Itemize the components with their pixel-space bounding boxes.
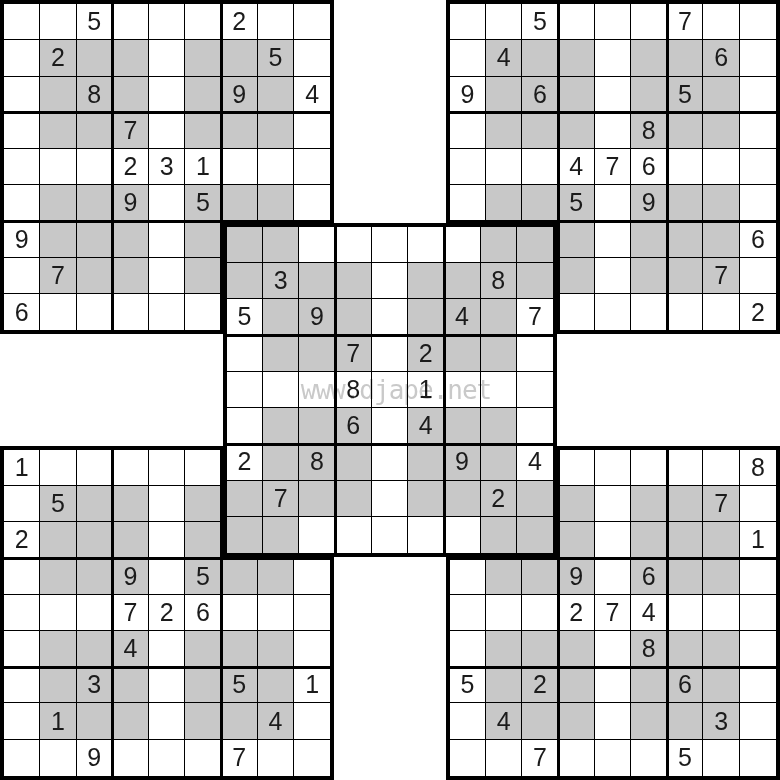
cell-center-r2c5[interactable] bbox=[408, 299, 444, 335]
cell-center-r7c0[interactable] bbox=[227, 481, 263, 517]
cell-bottom_right-r7c3[interactable] bbox=[558, 703, 594, 739]
cell-center-r7c5[interactable] bbox=[408, 481, 444, 517]
cell-center-r3c4[interactable] bbox=[372, 336, 408, 372]
cell-top_left-r2c7[interactable] bbox=[258, 77, 294, 113]
cell-center-r7c7[interactable]: 2 bbox=[481, 481, 517, 517]
cell-bottom_right-r0c5[interactable] bbox=[631, 450, 667, 486]
cell-bottom_left-r4c0[interactable] bbox=[4, 595, 40, 631]
cell-center-r3c0[interactable] bbox=[227, 336, 263, 372]
cell-bottom_left-r8c1[interactable] bbox=[40, 740, 76, 776]
cell-bottom_left-r7c3[interactable] bbox=[113, 703, 149, 739]
cell-center-r6c1[interactable] bbox=[263, 444, 299, 480]
cell-top_left-r4c8[interactable] bbox=[294, 149, 330, 185]
cell-top_left-r3c0[interactable] bbox=[4, 113, 40, 149]
cell-center-r1c4[interactable] bbox=[372, 263, 408, 299]
cell-top_right-r7c4[interactable] bbox=[595, 258, 631, 294]
cell-top_right-r6c7[interactable] bbox=[703, 222, 739, 258]
cell-top_left-r5c5[interactable]: 5 bbox=[185, 185, 221, 221]
cell-bottom_right-r1c5[interactable] bbox=[631, 486, 667, 522]
cell-center-r4c6[interactable] bbox=[444, 372, 480, 408]
cell-bottom_right-r4c5[interactable]: 4 bbox=[631, 595, 667, 631]
cell-bottom_right-r8c8[interactable] bbox=[740, 740, 776, 776]
cell-top_left-r7c2[interactable] bbox=[77, 258, 113, 294]
cell-bottom_right-r5c2[interactable] bbox=[522, 631, 558, 667]
cell-bottom_right-r2c6[interactable] bbox=[667, 522, 703, 558]
cell-top_right-r2c0[interactable]: 9 bbox=[450, 77, 486, 113]
cell-top_right-r0c8[interactable] bbox=[740, 4, 776, 40]
cell-top_left-r4c3[interactable]: 2 bbox=[113, 149, 149, 185]
cell-center-r4c5[interactable]: 1 bbox=[408, 372, 444, 408]
cell-bottom_left-r7c4[interactable] bbox=[149, 703, 185, 739]
cell-top_right-r5c7[interactable] bbox=[703, 185, 739, 221]
cell-top_right-r2c8[interactable] bbox=[740, 77, 776, 113]
cell-bottom_right-r4c4[interactable]: 7 bbox=[595, 595, 631, 631]
cell-bottom_left-r2c4[interactable] bbox=[149, 522, 185, 558]
cell-top_right-r2c1[interactable] bbox=[486, 77, 522, 113]
cell-top_right-r3c7[interactable] bbox=[703, 113, 739, 149]
cell-center-r4c3[interactable]: 8 bbox=[336, 372, 372, 408]
cell-bottom_right-r8c0[interactable] bbox=[450, 740, 486, 776]
cell-top_right-r6c5[interactable] bbox=[631, 222, 667, 258]
cell-bottom_left-r5c0[interactable] bbox=[4, 631, 40, 667]
cell-center-r5c3[interactable]: 6 bbox=[336, 408, 372, 444]
cell-bottom_right-r7c7[interactable]: 3 bbox=[703, 703, 739, 739]
cell-top_left-r0c5[interactable] bbox=[185, 4, 221, 40]
cell-bottom_right-r4c0[interactable] bbox=[450, 595, 486, 631]
cell-bottom_left-r3c2[interactable] bbox=[77, 558, 113, 594]
cell-top_right-r4c5[interactable]: 6 bbox=[631, 149, 667, 185]
cell-bottom_right-r7c8[interactable] bbox=[740, 703, 776, 739]
cell-top_right-r1c4[interactable] bbox=[595, 40, 631, 76]
cell-center-r4c8[interactable] bbox=[517, 372, 553, 408]
cell-bottom_right-r6c1[interactable] bbox=[486, 667, 522, 703]
cell-bottom_right-r5c3[interactable] bbox=[558, 631, 594, 667]
cell-top_right-r2c5[interactable] bbox=[631, 77, 667, 113]
cell-bottom_left-r5c6[interactable] bbox=[222, 631, 258, 667]
cell-bottom_left-r7c1[interactable]: 1 bbox=[40, 703, 76, 739]
cell-center-r5c4[interactable] bbox=[372, 408, 408, 444]
cell-top_left-r1c7[interactable]: 5 bbox=[258, 40, 294, 76]
cell-bottom_left-r5c7[interactable] bbox=[258, 631, 294, 667]
cell-bottom_left-r7c8[interactable] bbox=[294, 703, 330, 739]
cell-center-r3c8[interactable] bbox=[517, 336, 553, 372]
cell-top_left-r0c0[interactable] bbox=[4, 4, 40, 40]
cell-top_left-r3c8[interactable] bbox=[294, 113, 330, 149]
cell-top_left-r8c1[interactable] bbox=[40, 294, 76, 330]
cell-top_left-r3c2[interactable] bbox=[77, 113, 113, 149]
cell-top_right-r3c2[interactable] bbox=[522, 113, 558, 149]
cell-bottom_left-r1c1[interactable]: 5 bbox=[40, 486, 76, 522]
cell-bottom_left-r7c7[interactable]: 4 bbox=[258, 703, 294, 739]
cell-bottom_right-r4c1[interactable] bbox=[486, 595, 522, 631]
cell-center-r8c2[interactable] bbox=[299, 517, 335, 553]
cell-bottom_right-r0c4[interactable] bbox=[595, 450, 631, 486]
cell-bottom_right-r6c4[interactable] bbox=[595, 667, 631, 703]
cell-top_left-r1c2[interactable] bbox=[77, 40, 113, 76]
cell-top_left-r6c2[interactable] bbox=[77, 222, 113, 258]
cell-bottom_left-r2c1[interactable] bbox=[40, 522, 76, 558]
cell-top_right-r7c6[interactable] bbox=[667, 258, 703, 294]
cell-bottom_left-r8c3[interactable] bbox=[113, 740, 149, 776]
cell-bottom_right-r3c7[interactable] bbox=[703, 558, 739, 594]
cell-top_right-r2c2[interactable]: 6 bbox=[522, 77, 558, 113]
cell-center-r2c1[interactable] bbox=[263, 299, 299, 335]
cell-bottom_right-r4c3[interactable]: 2 bbox=[558, 595, 594, 631]
cell-center-r8c3[interactable] bbox=[336, 517, 372, 553]
cell-center-r6c5[interactable] bbox=[408, 444, 444, 480]
cell-top_right-r0c2[interactable]: 5 bbox=[522, 4, 558, 40]
cell-center-r8c6[interactable] bbox=[444, 517, 480, 553]
cell-top_left-r4c1[interactable] bbox=[40, 149, 76, 185]
cell-bottom_left-r3c0[interactable] bbox=[4, 558, 40, 594]
cell-top_right-r6c4[interactable] bbox=[595, 222, 631, 258]
cell-center-r5c6[interactable] bbox=[444, 408, 480, 444]
cell-top_left-r3c4[interactable] bbox=[149, 113, 185, 149]
cell-bottom_right-r5c0[interactable] bbox=[450, 631, 486, 667]
cell-bottom_left-r6c2[interactable]: 3 bbox=[77, 667, 113, 703]
cell-top_left-r0c2[interactable]: 5 bbox=[77, 4, 113, 40]
cell-bottom_right-r3c4[interactable] bbox=[595, 558, 631, 594]
cell-top_left-r5c2[interactable] bbox=[77, 185, 113, 221]
cell-top_left-r8c3[interactable] bbox=[113, 294, 149, 330]
cell-center-r1c0[interactable] bbox=[227, 263, 263, 299]
cell-top_left-r1c6[interactable] bbox=[222, 40, 258, 76]
cell-bottom_right-r4c7[interactable] bbox=[703, 595, 739, 631]
cell-center-r3c3[interactable]: 7 bbox=[336, 336, 372, 372]
cell-bottom_left-r6c6[interactable]: 5 bbox=[222, 667, 258, 703]
cell-top_left-r5c6[interactable] bbox=[222, 185, 258, 221]
cell-center-r7c8[interactable] bbox=[517, 481, 553, 517]
cell-bottom_right-r0c7[interactable] bbox=[703, 450, 739, 486]
cell-bottom_right-r7c2[interactable] bbox=[522, 703, 558, 739]
cell-center-r0c5[interactable] bbox=[408, 227, 444, 263]
cell-bottom_left-r4c6[interactable] bbox=[222, 595, 258, 631]
cell-center-r1c1[interactable]: 3 bbox=[263, 263, 299, 299]
cell-top_right-r8c8[interactable]: 2 bbox=[740, 294, 776, 330]
cell-top_right-r5c0[interactable] bbox=[450, 185, 486, 221]
cell-center-r1c3[interactable] bbox=[336, 263, 372, 299]
cell-center-r2c3[interactable] bbox=[336, 299, 372, 335]
cell-center-r2c2[interactable]: 9 bbox=[299, 299, 335, 335]
cell-top_right-r7c3[interactable] bbox=[558, 258, 594, 294]
cell-bottom_right-r8c1[interactable] bbox=[486, 740, 522, 776]
cell-bottom_right-r1c4[interactable] bbox=[595, 486, 631, 522]
cell-top_left-r7c5[interactable] bbox=[185, 258, 221, 294]
cell-top_left-r6c5[interactable] bbox=[185, 222, 221, 258]
cell-bottom_left-r0c5[interactable] bbox=[185, 450, 221, 486]
cell-center-r5c1[interactable] bbox=[263, 408, 299, 444]
cell-bottom_right-r3c1[interactable] bbox=[486, 558, 522, 594]
cell-top_right-r5c1[interactable] bbox=[486, 185, 522, 221]
cell-top_right-r0c6[interactable]: 7 bbox=[667, 4, 703, 40]
cell-center-r7c4[interactable] bbox=[372, 481, 408, 517]
cell-top_left-r5c4[interactable] bbox=[149, 185, 185, 221]
cell-bottom_left-r3c6[interactable] bbox=[222, 558, 258, 594]
cell-top_right-r0c0[interactable] bbox=[450, 4, 486, 40]
cell-bottom_right-r3c3[interactable]: 9 bbox=[558, 558, 594, 594]
cell-center-r7c2[interactable] bbox=[299, 481, 335, 517]
cell-bottom_left-r3c5[interactable]: 5 bbox=[185, 558, 221, 594]
cell-bottom_right-r5c4[interactable] bbox=[595, 631, 631, 667]
cell-top_right-r5c2[interactable] bbox=[522, 185, 558, 221]
cell-center-r6c6[interactable]: 9 bbox=[444, 444, 480, 480]
cell-top_left-r4c2[interactable] bbox=[77, 149, 113, 185]
cell-bottom_right-r4c2[interactable] bbox=[522, 595, 558, 631]
cell-center-r0c3[interactable] bbox=[336, 227, 372, 263]
cell-bottom_left-r8c8[interactable] bbox=[294, 740, 330, 776]
cell-top_left-r6c3[interactable] bbox=[113, 222, 149, 258]
cell-top_right-r8c3[interactable] bbox=[558, 294, 594, 330]
cell-top_left-r5c3[interactable]: 9 bbox=[113, 185, 149, 221]
cell-bottom_left-r0c2[interactable] bbox=[77, 450, 113, 486]
cell-bottom_right-r1c6[interactable] bbox=[667, 486, 703, 522]
cell-bottom_right-r6c2[interactable]: 2 bbox=[522, 667, 558, 703]
cell-center-r8c5[interactable] bbox=[408, 517, 444, 553]
cell-top_right-r1c8[interactable] bbox=[740, 40, 776, 76]
cell-bottom_right-r6c3[interactable] bbox=[558, 667, 594, 703]
cell-bottom_left-r7c6[interactable] bbox=[222, 703, 258, 739]
cell-top_right-r8c7[interactable] bbox=[703, 294, 739, 330]
cell-bottom_left-r8c4[interactable] bbox=[149, 740, 185, 776]
cell-center-r0c2[interactable] bbox=[299, 227, 335, 263]
cell-bottom_left-r3c7[interactable] bbox=[258, 558, 294, 594]
cell-top_right-r3c5[interactable]: 8 bbox=[631, 113, 667, 149]
cell-bottom_left-r7c0[interactable] bbox=[4, 703, 40, 739]
cell-bottom_left-r3c4[interactable] bbox=[149, 558, 185, 594]
cell-center-r1c2[interactable] bbox=[299, 263, 335, 299]
cell-bottom_left-r2c5[interactable] bbox=[185, 522, 221, 558]
cell-top_left-r2c3[interactable] bbox=[113, 77, 149, 113]
cell-bottom_left-r6c8[interactable]: 1 bbox=[294, 667, 330, 703]
cell-bottom_right-r0c6[interactable] bbox=[667, 450, 703, 486]
cell-bottom_right-r3c8[interactable] bbox=[740, 558, 776, 594]
cell-bottom_right-r8c2[interactable]: 7 bbox=[522, 740, 558, 776]
cell-top_left-r4c7[interactable] bbox=[258, 149, 294, 185]
cell-top_left-r3c3[interactable]: 7 bbox=[113, 113, 149, 149]
cell-bottom_right-r3c2[interactable] bbox=[522, 558, 558, 594]
cell-center-r1c6[interactable] bbox=[444, 263, 480, 299]
cell-center-r6c8[interactable]: 4 bbox=[517, 444, 553, 480]
cell-center-r5c8[interactable] bbox=[517, 408, 553, 444]
cell-center-r2c4[interactable] bbox=[372, 299, 408, 335]
cell-bottom_right-r6c8[interactable] bbox=[740, 667, 776, 703]
cell-center-r4c2[interactable] bbox=[299, 372, 335, 408]
cell-top_left-r2c2[interactable]: 8 bbox=[77, 77, 113, 113]
cell-top_right-r4c1[interactable] bbox=[486, 149, 522, 185]
cell-top_right-r4c6[interactable] bbox=[667, 149, 703, 185]
cell-top_right-r5c5[interactable]: 9 bbox=[631, 185, 667, 221]
cell-center-r6c2[interactable]: 8 bbox=[299, 444, 335, 480]
cell-top_left-r2c1[interactable] bbox=[40, 77, 76, 113]
cell-center-r2c8[interactable]: 7 bbox=[517, 299, 553, 335]
cell-center-r2c6[interactable]: 4 bbox=[444, 299, 480, 335]
cell-top_left-r4c0[interactable] bbox=[4, 149, 40, 185]
cell-center-r6c0[interactable]: 2 bbox=[227, 444, 263, 480]
cell-bottom_right-r8c3[interactable] bbox=[558, 740, 594, 776]
cell-bottom_right-r8c4[interactable] bbox=[595, 740, 631, 776]
cell-top_right-r5c8[interactable] bbox=[740, 185, 776, 221]
cell-center-r3c7[interactable] bbox=[481, 336, 517, 372]
cell-bottom_left-r8c0[interactable] bbox=[4, 740, 40, 776]
cell-center-r4c0[interactable] bbox=[227, 372, 263, 408]
cell-top_left-r7c1[interactable]: 7 bbox=[40, 258, 76, 294]
cell-bottom_left-r4c3[interactable]: 7 bbox=[113, 595, 149, 631]
cell-bottom_right-r5c1[interactable] bbox=[486, 631, 522, 667]
cell-top_left-r4c4[interactable]: 3 bbox=[149, 149, 185, 185]
cell-top_left-r5c0[interactable] bbox=[4, 185, 40, 221]
cell-top_left-r5c8[interactable] bbox=[294, 185, 330, 221]
cell-top_right-r3c0[interactable] bbox=[450, 113, 486, 149]
cell-center-r8c4[interactable] bbox=[372, 517, 408, 553]
cell-center-r6c3[interactable] bbox=[336, 444, 372, 480]
cell-bottom_left-r5c8[interactable] bbox=[294, 631, 330, 667]
cell-bottom_right-r2c8[interactable]: 1 bbox=[740, 522, 776, 558]
cell-bottom_right-r2c4[interactable] bbox=[595, 522, 631, 558]
cell-center-r3c1[interactable] bbox=[263, 336, 299, 372]
cell-top_left-r8c4[interactable] bbox=[149, 294, 185, 330]
cell-center-r3c6[interactable] bbox=[444, 336, 480, 372]
cell-bottom_right-r2c7[interactable] bbox=[703, 522, 739, 558]
cell-center-r8c7[interactable] bbox=[481, 517, 517, 553]
cell-top_right-r1c0[interactable] bbox=[450, 40, 486, 76]
cell-center-r0c8[interactable] bbox=[517, 227, 553, 263]
cell-center-r5c7[interactable] bbox=[481, 408, 517, 444]
cell-bottom_right-r7c0[interactable] bbox=[450, 703, 486, 739]
cell-top_right-r7c7[interactable]: 7 bbox=[703, 258, 739, 294]
cell-center-r2c7[interactable] bbox=[481, 299, 517, 335]
cell-top_left-r6c0[interactable]: 9 bbox=[4, 222, 40, 258]
cell-bottom_right-r6c6[interactable]: 6 bbox=[667, 667, 703, 703]
cell-bottom_right-r3c5[interactable]: 6 bbox=[631, 558, 667, 594]
cell-top_right-r3c4[interactable] bbox=[595, 113, 631, 149]
cell-top_left-r0c7[interactable] bbox=[258, 4, 294, 40]
cell-top_left-r3c5[interactable] bbox=[185, 113, 221, 149]
cell-bottom_right-r5c6[interactable] bbox=[667, 631, 703, 667]
cell-bottom_left-r5c3[interactable]: 4 bbox=[113, 631, 149, 667]
cell-top_left-r2c5[interactable] bbox=[185, 77, 221, 113]
cell-top_left-r4c5[interactable]: 1 bbox=[185, 149, 221, 185]
cell-bottom_right-r2c3[interactable] bbox=[558, 522, 594, 558]
cell-center-r3c2[interactable] bbox=[299, 336, 335, 372]
cell-top_right-r4c4[interactable]: 7 bbox=[595, 149, 631, 185]
cell-bottom_right-r2c5[interactable] bbox=[631, 522, 667, 558]
cell-top_left-r3c6[interactable] bbox=[222, 113, 258, 149]
cell-bottom_left-r3c1[interactable] bbox=[40, 558, 76, 594]
cell-center-r4c1[interactable] bbox=[263, 372, 299, 408]
cell-bottom_left-r2c2[interactable] bbox=[77, 522, 113, 558]
cell-top_right-r2c6[interactable]: 5 bbox=[667, 77, 703, 113]
cell-top_left-r1c5[interactable] bbox=[185, 40, 221, 76]
cell-bottom_left-r0c1[interactable] bbox=[40, 450, 76, 486]
cell-top_right-r4c8[interactable] bbox=[740, 149, 776, 185]
cell-bottom_right-r8c5[interactable] bbox=[631, 740, 667, 776]
cell-top_right-r7c8[interactable] bbox=[740, 258, 776, 294]
cell-top_right-r0c7[interactable] bbox=[703, 4, 739, 40]
cell-bottom_left-r1c3[interactable] bbox=[113, 486, 149, 522]
cell-bottom_left-r3c8[interactable] bbox=[294, 558, 330, 594]
cell-center-r0c7[interactable] bbox=[481, 227, 517, 263]
cell-center-r7c3[interactable] bbox=[336, 481, 372, 517]
cell-bottom_left-r2c0[interactable]: 2 bbox=[4, 522, 40, 558]
cell-center-r1c8[interactable] bbox=[517, 263, 553, 299]
cell-center-r3c5[interactable]: 2 bbox=[408, 336, 444, 372]
cell-top_left-r2c0[interactable] bbox=[4, 77, 40, 113]
cell-bottom_left-r3c3[interactable]: 9 bbox=[113, 558, 149, 594]
cell-bottom_right-r3c0[interactable] bbox=[450, 558, 486, 594]
cell-bottom_left-r7c2[interactable] bbox=[77, 703, 113, 739]
cell-bottom_left-r0c3[interactable] bbox=[113, 450, 149, 486]
cell-top_right-r4c7[interactable] bbox=[703, 149, 739, 185]
cell-top_right-r0c3[interactable] bbox=[558, 4, 594, 40]
cell-top_left-r8c2[interactable] bbox=[77, 294, 113, 330]
cell-top_right-r0c5[interactable] bbox=[631, 4, 667, 40]
cell-bottom_right-r7c1[interactable]: 4 bbox=[486, 703, 522, 739]
cell-center-r0c1[interactable] bbox=[263, 227, 299, 263]
cell-bottom_left-r8c2[interactable]: 9 bbox=[77, 740, 113, 776]
cell-bottom_right-r7c5[interactable] bbox=[631, 703, 667, 739]
cell-bottom_right-r6c7[interactable] bbox=[703, 667, 739, 703]
cell-top_right-r5c4[interactable] bbox=[595, 185, 631, 221]
cell-top_right-r3c6[interactable] bbox=[667, 113, 703, 149]
cell-top_left-r0c4[interactable] bbox=[149, 4, 185, 40]
cell-bottom_right-r8c7[interactable] bbox=[703, 740, 739, 776]
cell-bottom_left-r4c7[interactable] bbox=[258, 595, 294, 631]
cell-top_right-r3c3[interactable] bbox=[558, 113, 594, 149]
cell-bottom_left-r4c4[interactable]: 2 bbox=[149, 595, 185, 631]
cell-bottom_right-r4c6[interactable] bbox=[667, 595, 703, 631]
cell-bottom_right-r4c8[interactable] bbox=[740, 595, 776, 631]
cell-center-r0c6[interactable] bbox=[444, 227, 480, 263]
cell-bottom_left-r2c3[interactable] bbox=[113, 522, 149, 558]
cell-top_left-r1c1[interactable]: 2 bbox=[40, 40, 76, 76]
cell-top_left-r8c0[interactable]: 6 bbox=[4, 294, 40, 330]
cell-center-r5c0[interactable] bbox=[227, 408, 263, 444]
cell-top_left-r1c0[interactable] bbox=[4, 40, 40, 76]
cell-bottom_left-r8c5[interactable] bbox=[185, 740, 221, 776]
cell-top_right-r1c5[interactable] bbox=[631, 40, 667, 76]
cell-bottom_left-r1c0[interactable] bbox=[4, 486, 40, 522]
cell-bottom_left-r6c5[interactable] bbox=[185, 667, 221, 703]
cell-bottom_left-r6c3[interactable] bbox=[113, 667, 149, 703]
cell-center-r7c1[interactable]: 7 bbox=[263, 481, 299, 517]
cell-top_left-r0c6[interactable]: 2 bbox=[222, 4, 258, 40]
cell-top_right-r3c1[interactable] bbox=[486, 113, 522, 149]
cell-bottom_right-r1c3[interactable] bbox=[558, 486, 594, 522]
cell-center-r1c7[interactable]: 8 bbox=[481, 263, 517, 299]
cell-top_left-r7c4[interactable] bbox=[149, 258, 185, 294]
cell-top_left-r6c1[interactable] bbox=[40, 222, 76, 258]
cell-center-r0c4[interactable] bbox=[372, 227, 408, 263]
cell-bottom_right-r6c0[interactable]: 5 bbox=[450, 667, 486, 703]
cell-bottom_left-r6c4[interactable] bbox=[149, 667, 185, 703]
cell-bottom_right-r0c8[interactable]: 8 bbox=[740, 450, 776, 486]
cell-top_right-r6c3[interactable] bbox=[558, 222, 594, 258]
cell-bottom_left-r5c2[interactable] bbox=[77, 631, 113, 667]
cell-center-r5c2[interactable] bbox=[299, 408, 335, 444]
cell-center-r6c4[interactable] bbox=[372, 444, 408, 480]
cell-bottom_left-r1c4[interactable] bbox=[149, 486, 185, 522]
cell-bottom_right-r5c7[interactable] bbox=[703, 631, 739, 667]
cell-top_left-r1c3[interactable] bbox=[113, 40, 149, 76]
cell-top_left-r2c8[interactable]: 4 bbox=[294, 77, 330, 113]
cell-bottom_right-r7c4[interactable] bbox=[595, 703, 631, 739]
cell-center-r8c1[interactable] bbox=[263, 517, 299, 553]
cell-center-r8c8[interactable] bbox=[517, 517, 553, 553]
cell-top_left-r1c4[interactable] bbox=[149, 40, 185, 76]
cell-bottom_right-r6c5[interactable] bbox=[631, 667, 667, 703]
cell-top_left-r1c8[interactable] bbox=[294, 40, 330, 76]
cell-center-r8c0[interactable] bbox=[227, 517, 263, 553]
